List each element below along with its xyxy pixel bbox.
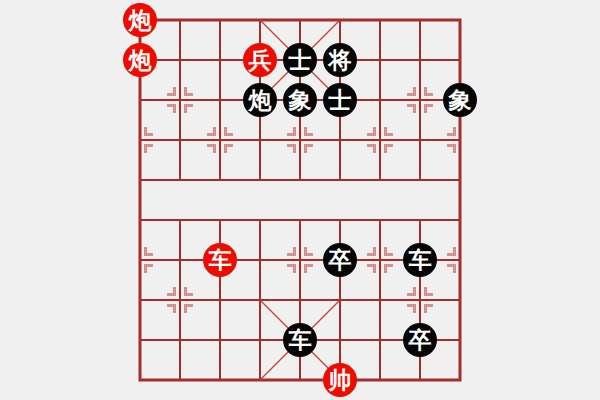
piece-black-elephant[interactable]: 象 bbox=[443, 83, 477, 117]
piece-red-cannon[interactable]: 炮 bbox=[123, 3, 157, 37]
piece-black-soldier[interactable]: 卒 bbox=[403, 323, 437, 357]
piece-black-general[interactable]: 将 bbox=[323, 43, 357, 77]
piece-black-elephant[interactable]: 象 bbox=[283, 83, 317, 117]
piece-black-advisor[interactable]: 士 bbox=[323, 83, 357, 117]
piece-black-cannon[interactable]: 炮 bbox=[243, 83, 277, 117]
piece-black-chariot[interactable]: 车 bbox=[403, 243, 437, 277]
piece-black-advisor[interactable]: 士 bbox=[283, 43, 317, 77]
piece-red-chariot[interactable]: 车 bbox=[203, 243, 237, 277]
piece-red-general[interactable]: 帅 bbox=[323, 363, 357, 397]
piece-layer: 炮炮兵士将炮象士象车卒车车卒帅 bbox=[0, 0, 600, 400]
xiangqi-board: 炮炮兵士将炮象士象车卒车车卒帅 bbox=[0, 0, 600, 400]
piece-red-cannon[interactable]: 炮 bbox=[123, 43, 157, 77]
piece-red-soldier[interactable]: 兵 bbox=[243, 43, 277, 77]
piece-black-soldier[interactable]: 卒 bbox=[323, 243, 357, 277]
piece-black-chariot[interactable]: 车 bbox=[283, 323, 317, 357]
